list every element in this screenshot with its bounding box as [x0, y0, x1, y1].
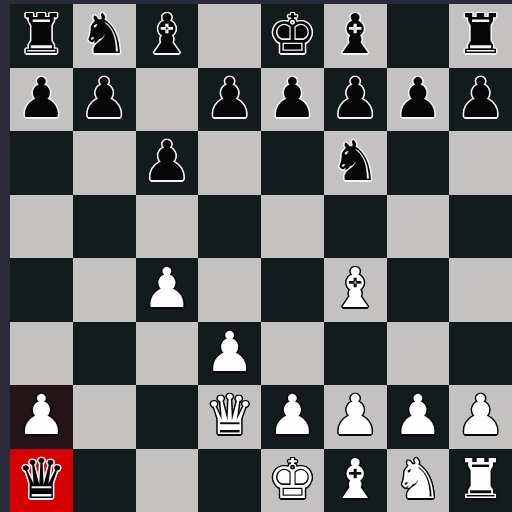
square-h5[interactable] — [449, 195, 512, 259]
square-e4[interactable] — [261, 258, 324, 322]
square-b1[interactable] — [73, 449, 136, 512]
white-pawn-piece[interactable]: ♟ — [205, 325, 254, 380]
square-h8[interactable]: ♜ — [449, 4, 512, 68]
square-b3[interactable] — [73, 322, 136, 386]
black-knight-piece[interactable]: ♞ — [79, 7, 128, 62]
square-a7[interactable]: ♟ — [10, 68, 73, 132]
square-c8[interactable]: ♝ — [136, 4, 199, 68]
square-d4[interactable] — [198, 258, 261, 322]
square-a2[interactable]: ♟ — [10, 385, 73, 449]
black-pawn-piece[interactable]: ♟ — [268, 71, 317, 126]
square-d2[interactable]: ♛ — [198, 385, 261, 449]
board-frame: ♜♞♝♚♝♜♟♟♟♟♟♟♟♟♞♟♝♟♟♛♟♟♟♟♛♚♝♞♜ — [0, 0, 512, 512]
black-bishop-piece[interactable]: ♝ — [142, 7, 191, 62]
square-e8[interactable]: ♚ — [261, 4, 324, 68]
square-d3[interactable]: ♟ — [198, 322, 261, 386]
white-pawn-piece[interactable]: ♟ — [268, 388, 317, 443]
square-d7[interactable]: ♟ — [198, 68, 261, 132]
square-e1[interactable]: ♚ — [261, 449, 324, 512]
square-d8[interactable] — [198, 4, 261, 68]
square-a8[interactable]: ♜ — [10, 4, 73, 68]
square-e6[interactable] — [261, 131, 324, 195]
square-f3[interactable] — [324, 322, 387, 386]
black-pawn-piece[interactable]: ♟ — [205, 71, 254, 126]
square-f4[interactable]: ♝ — [324, 258, 387, 322]
square-b4[interactable] — [73, 258, 136, 322]
square-h7[interactable]: ♟ — [449, 68, 512, 132]
square-h6[interactable] — [449, 131, 512, 195]
square-f5[interactable] — [324, 195, 387, 259]
square-c4[interactable]: ♟ — [136, 258, 199, 322]
square-g7[interactable]: ♟ — [387, 68, 450, 132]
square-d5[interactable] — [198, 195, 261, 259]
black-pawn-piece[interactable]: ♟ — [330, 71, 379, 126]
square-b7[interactable]: ♟ — [73, 68, 136, 132]
square-h3[interactable] — [449, 322, 512, 386]
square-f1[interactable]: ♝ — [324, 449, 387, 512]
square-b8[interactable]: ♞ — [73, 4, 136, 68]
black-king-piece[interactable]: ♚ — [268, 7, 317, 62]
square-f2[interactable]: ♟ — [324, 385, 387, 449]
white-bishop-piece[interactable]: ♝ — [330, 452, 379, 507]
white-pawn-piece[interactable]: ♟ — [456, 388, 505, 443]
square-h2[interactable]: ♟ — [449, 385, 512, 449]
square-e3[interactable] — [261, 322, 324, 386]
square-h1[interactable]: ♜ — [449, 449, 512, 512]
square-f6[interactable]: ♞ — [324, 131, 387, 195]
black-pawn-piece[interactable]: ♟ — [17, 71, 66, 126]
white-rook-piece[interactable]: ♜ — [456, 452, 505, 507]
square-a4[interactable] — [10, 258, 73, 322]
square-b2[interactable] — [73, 385, 136, 449]
square-a1[interactable]: ♛ — [10, 449, 73, 512]
chess-board: ♜♞♝♚♝♜♟♟♟♟♟♟♟♟♞♟♝♟♟♛♟♟♟♟♛♚♝♞♜ — [10, 4, 512, 512]
square-e7[interactable]: ♟ — [261, 68, 324, 132]
square-g3[interactable] — [387, 322, 450, 386]
black-rook-piece[interactable]: ♜ — [456, 7, 505, 62]
square-h4[interactable] — [449, 258, 512, 322]
square-b6[interactable] — [73, 131, 136, 195]
square-c3[interactable] — [136, 322, 199, 386]
square-g4[interactable] — [387, 258, 450, 322]
square-g8[interactable] — [387, 4, 450, 68]
black-queen-piece[interactable]: ♛ — [17, 452, 66, 507]
white-king-piece[interactable]: ♚ — [268, 452, 317, 507]
square-f7[interactable]: ♟ — [324, 68, 387, 132]
white-knight-piece[interactable]: ♞ — [393, 452, 442, 507]
square-c1[interactable] — [136, 449, 199, 512]
square-g1[interactable]: ♞ — [387, 449, 450, 512]
black-pawn-piece[interactable]: ♟ — [456, 71, 505, 126]
black-pawn-piece[interactable]: ♟ — [142, 134, 191, 189]
square-a3[interactable] — [10, 322, 73, 386]
square-a6[interactable] — [10, 131, 73, 195]
square-c7[interactable] — [136, 68, 199, 132]
white-queen-piece[interactable]: ♛ — [205, 388, 254, 443]
square-b5[interactable] — [73, 195, 136, 259]
square-f8[interactable]: ♝ — [324, 4, 387, 68]
square-g5[interactable] — [387, 195, 450, 259]
black-pawn-piece[interactable]: ♟ — [79, 71, 128, 126]
white-pawn-piece[interactable]: ♟ — [142, 261, 191, 316]
black-bishop-piece[interactable]: ♝ — [330, 7, 379, 62]
square-e5[interactable] — [261, 195, 324, 259]
white-pawn-piece[interactable]: ♟ — [17, 388, 66, 443]
white-pawn-piece[interactable]: ♟ — [330, 388, 379, 443]
square-g6[interactable] — [387, 131, 450, 195]
black-rook-piece[interactable]: ♜ — [17, 7, 66, 62]
square-d1[interactable] — [198, 449, 261, 512]
square-c6[interactable]: ♟ — [136, 131, 199, 195]
white-bishop-piece[interactable]: ♝ — [330, 261, 379, 316]
black-pawn-piece[interactable]: ♟ — [393, 71, 442, 126]
square-e2[interactable]: ♟ — [261, 385, 324, 449]
square-c5[interactable] — [136, 195, 199, 259]
white-pawn-piece[interactable]: ♟ — [393, 388, 442, 443]
square-d6[interactable] — [198, 131, 261, 195]
square-a5[interactable] — [10, 195, 73, 259]
square-g2[interactable]: ♟ — [387, 385, 450, 449]
square-c2[interactable] — [136, 385, 199, 449]
black-knight-piece[interactable]: ♞ — [330, 134, 379, 189]
